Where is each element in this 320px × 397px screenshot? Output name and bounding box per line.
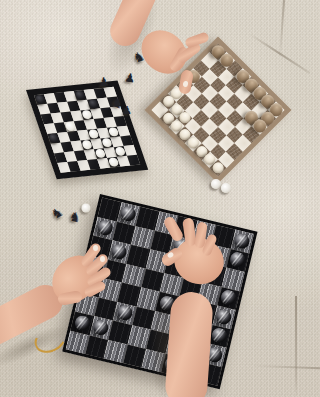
right-hand-finger — [162, 215, 185, 243]
right-hand-forearm — [164, 291, 214, 397]
left-hand-finger-nail — [100, 256, 105, 262]
left-hand-thumb — [57, 290, 83, 306]
left-hand-finger-nail — [93, 245, 98, 251]
hands-layer — [0, 0, 320, 397]
photo-scene: ♞♟♟♞♟♞♞ — [0, 0, 320, 397]
